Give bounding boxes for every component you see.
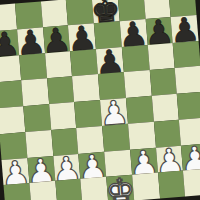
- square-a5[interactable]: [0, 81, 23, 109]
- square-b5[interactable]: [21, 78, 49, 106]
- square-e6[interactable]: ♟: [96, 47, 124, 75]
- square-a4[interactable]: [0, 106, 25, 134]
- square-d7[interactable]: ♟: [68, 23, 96, 51]
- square-c5[interactable]: [47, 76, 75, 104]
- square-h2[interactable]: ♟: [181, 143, 200, 171]
- square-c6[interactable]: [45, 51, 73, 79]
- app-background: ♚♟♟♟♟♟♟♟♟♟♟♟♟♟♟♟♟♚: [0, 0, 200, 200]
- square-g4[interactable]: [151, 94, 179, 122]
- square-d2[interactable]: ♟: [78, 151, 106, 179]
- square-h7[interactable]: ♟: [171, 15, 199, 43]
- square-g6[interactable]: [147, 42, 175, 70]
- square-g1[interactable]: [158, 171, 186, 199]
- square-a1[interactable]: [4, 183, 32, 200]
- square-f6[interactable]: [122, 45, 150, 73]
- square-h1[interactable]: [183, 169, 200, 197]
- square-b4[interactable]: [23, 104, 51, 132]
- square-e8[interactable]: ♚: [92, 0, 120, 23]
- square-d5[interactable]: [72, 74, 100, 102]
- square-h6[interactable]: [173, 40, 200, 68]
- square-e4[interactable]: ♟: [100, 98, 128, 126]
- square-h5[interactable]: [175, 66, 200, 94]
- square-b6[interactable]: [19, 53, 47, 81]
- square-a6[interactable]: [0, 55, 21, 83]
- square-e3[interactable]: [102, 124, 130, 152]
- square-c4[interactable]: [49, 102, 77, 130]
- chess-board[interactable]: ♚♟♟♟♟♟♟♟♟♟♟♟♟♟♟♟♟♚: [0, 0, 200, 200]
- square-f1[interactable]: [132, 173, 160, 200]
- square-g5[interactable]: [149, 68, 177, 96]
- square-c1[interactable]: [55, 179, 83, 200]
- white-pawn-h2[interactable]: ♟: [181, 145, 200, 173]
- square-b1[interactable]: [29, 181, 57, 200]
- square-f4[interactable]: [126, 96, 154, 124]
- square-h4[interactable]: [177, 92, 200, 120]
- square-f5[interactable]: [124, 70, 152, 98]
- square-e1[interactable]: ♚: [106, 175, 134, 200]
- white-king-e1[interactable]: ♚: [106, 176, 134, 200]
